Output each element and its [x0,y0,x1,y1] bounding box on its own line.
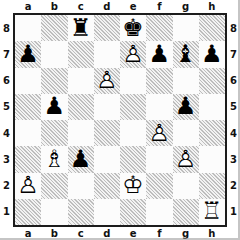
file-labels-bottom-c: c [68,227,94,240]
square-f7[interactable]: ♟ [146,41,172,67]
square-e8[interactable]: ♚ [120,15,146,41]
white-pawn-outline: ♙ [94,68,120,94]
square-b7[interactable] [41,41,67,67]
white-bishop-outline: ♗ [41,146,67,172]
white-pawn[interactable]: ♟♙ [146,120,172,146]
white-pawn-outline: ♙ [120,41,146,67]
square-c4[interactable] [68,120,94,146]
rank-labels-right: 87654321 [227,15,240,225]
square-g8[interactable] [173,15,199,41]
square-a6[interactable] [15,68,41,94]
square-f2[interactable] [146,173,172,199]
square-f5[interactable] [146,94,172,120]
square-e2[interactable]: ♚♔ [120,173,146,199]
file-labels-bottom-h: h [199,227,225,240]
square-h5[interactable] [199,94,225,120]
file-labels-bottom-f: f [146,227,172,240]
square-b5[interactable]: ♟ [41,94,67,120]
square-b2[interactable] [41,173,67,199]
rank-labels-left-8: 8 [0,15,13,41]
file-labels-bottom-b: b [41,227,67,240]
square-a1[interactable] [15,199,41,225]
square-c7[interactable] [68,41,94,67]
chess-diagram: abcdefgh abcdefgh 87654321 87654321 ♜♚♟♟… [0,0,240,240]
black-king-glyph: ♚ [120,15,146,41]
square-h6[interactable] [199,68,225,94]
square-b3[interactable]: ♝♗ [41,146,67,172]
file-labels-bottom-d: d [94,227,120,240]
square-d6[interactable]: ♟♙ [94,68,120,94]
square-b8[interactable] [41,15,67,41]
square-a8[interactable] [15,15,41,41]
square-g6[interactable] [173,68,199,94]
file-labels-bottom-e: e [120,227,146,240]
black-pawn[interactable]: ♟ [15,41,41,67]
square-h3[interactable] [199,146,225,172]
file-labels-top-h: h [199,0,225,13]
square-f3[interactable] [146,146,172,172]
black-pawn-glyph: ♟ [41,94,67,120]
black-king[interactable]: ♚ [120,15,146,41]
file-labels-top-g: g [173,0,199,13]
square-g4[interactable] [173,120,199,146]
square-d2[interactable] [94,173,120,199]
white-pawn[interactable]: ♟♙ [94,68,120,94]
white-pawn-outline: ♙ [146,120,172,146]
white-bishop[interactable]: ♝♗ [41,146,67,172]
square-e3[interactable] [120,146,146,172]
rank-labels-right-6: 6 [227,68,240,94]
rank-labels-left-5: 5 [0,94,13,120]
square-h2[interactable] [199,173,225,199]
rank-labels-left-7: 7 [0,41,13,67]
black-pawn[interactable]: ♟ [68,146,94,172]
rank-labels-left-4: 4 [0,120,13,146]
black-pawn[interactable]: ♟ [173,94,199,120]
black-pawn[interactable]: ♟ [146,41,172,67]
black-pawn[interactable]: ♟ [199,41,225,67]
square-c5[interactable] [68,94,94,120]
square-a2[interactable]: ♟♙ [15,173,41,199]
square-e4[interactable] [120,120,146,146]
square-c6[interactable] [68,68,94,94]
square-a3[interactable] [15,146,41,172]
white-rook-outline: ♖ [199,199,225,225]
file-labels-top-f: f [146,0,172,13]
square-c1[interactable] [68,199,94,225]
black-bishop-glyph: ♝ [173,41,199,67]
square-b1[interactable] [41,199,67,225]
square-h1[interactable]: ♜♖ [199,199,225,225]
square-g2[interactable] [173,173,199,199]
rank-labels-left-1: 1 [0,199,13,225]
rank-labels-right-3: 3 [227,146,240,172]
white-pawn[interactable]: ♟♙ [15,173,41,199]
square-b6[interactable] [41,68,67,94]
rank-labels-left-6: 6 [0,68,13,94]
black-pawn-glyph: ♟ [199,41,225,67]
black-pawn-glyph: ♟ [146,41,172,67]
square-e5[interactable] [120,94,146,120]
square-f1[interactable] [146,199,172,225]
square-c2[interactable] [68,173,94,199]
rank-labels-right-2: 2 [227,173,240,199]
square-h8[interactable] [199,15,225,41]
square-d5[interactable] [94,94,120,120]
file-labels-top-e: e [120,0,146,13]
file-labels-bottom: abcdefgh [15,227,225,240]
file-labels-bottom-a: a [15,227,41,240]
square-e6[interactable] [120,68,146,94]
white-rook[interactable]: ♜♖ [199,199,225,225]
rank-labels-right-7: 7 [227,41,240,67]
black-pawn[interactable]: ♟ [41,94,67,120]
file-labels-bottom-g: g [173,227,199,240]
black-rook[interactable]: ♜ [68,15,94,41]
square-f6[interactable] [146,68,172,94]
square-f4[interactable]: ♟♙ [146,120,172,146]
white-pawn[interactable]: ♟♙ [120,41,146,67]
square-c3[interactable]: ♟ [68,146,94,172]
black-pawn-glyph: ♟ [173,94,199,120]
square-d8[interactable] [94,15,120,41]
white-king-outline: ♔ [120,173,146,199]
square-d3[interactable] [94,146,120,172]
white-pawn[interactable]: ♟♙ [173,146,199,172]
square-d4[interactable] [94,120,120,146]
square-d1[interactable] [94,199,120,225]
square-a5[interactable] [15,94,41,120]
white-pawn-outline: ♙ [15,173,41,199]
black-pawn-glyph: ♟ [15,41,41,67]
square-g1[interactable] [173,199,199,225]
file-labels-top-a: a [15,0,41,13]
square-h4[interactable] [199,120,225,146]
chess-board: ♜♚♟♟♙♟♝♟♟♙♟♟♟♙♝♗♟♟♙♟♙♚♔♜♖ [13,13,227,227]
rank-labels-left-3: 3 [0,146,13,172]
square-a7[interactable]: ♟ [15,41,41,67]
square-e1[interactable] [120,199,146,225]
black-pawn-glyph: ♟ [68,146,94,172]
rank-labels-right-1: 1 [227,199,240,225]
square-b4[interactable] [41,120,67,146]
white-king[interactable]: ♚♔ [120,173,146,199]
rank-labels-left-2: 2 [0,173,13,199]
rank-labels-right-8: 8 [227,15,240,41]
square-g5[interactable]: ♟ [173,94,199,120]
square-h7[interactable]: ♟ [199,41,225,67]
rank-labels-right-5: 5 [227,94,240,120]
rank-labels-left: 87654321 [0,15,13,225]
file-labels-top-d: d [94,0,120,13]
square-f8[interactable] [146,15,172,41]
file-labels-top-b: b [41,0,67,13]
square-c8[interactable]: ♜ [68,15,94,41]
square-d7[interactable] [94,41,120,67]
file-labels-top: abcdefgh [15,0,225,13]
black-rook-glyph: ♜ [68,15,94,41]
file-labels-top-c: c [68,0,94,13]
rank-labels-right-4: 4 [227,120,240,146]
square-g7[interactable]: ♝ [173,41,199,67]
white-pawn-outline: ♙ [173,146,199,172]
square-e7[interactable]: ♟♙ [120,41,146,67]
square-g3[interactable]: ♟♙ [173,146,199,172]
black-bishop[interactable]: ♝ [173,41,199,67]
square-a4[interactable] [15,120,41,146]
